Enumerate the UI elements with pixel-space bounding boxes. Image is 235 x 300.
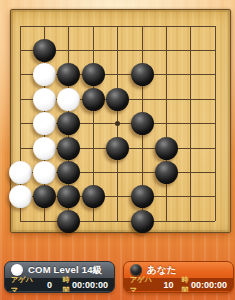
player-card-com: COM Level 14級 アゲハマ 0 時間 00:00:00 <box>4 261 115 293</box>
board-cell-r4c1[interactable] <box>8 87 32 111</box>
com-agehama-value: 0 <box>39 280 61 290</box>
board-cell-r5c1[interactable] <box>8 112 32 136</box>
board-cell-r8c9[interactable] <box>203 185 227 209</box>
white-stone <box>33 112 56 135</box>
board-cell-r3c6[interactable] <box>130 63 154 87</box>
board-cell-r3c7[interactable] <box>154 63 178 87</box>
board-cell-r6c1[interactable] <box>8 136 32 160</box>
board-cell-r1c1[interactable] <box>8 14 32 38</box>
board-cell-r4c3[interactable] <box>57 87 81 111</box>
board-cell-r6c4[interactable] <box>81 136 105 160</box>
black-stone <box>57 137 80 160</box>
board-cell-r1c4[interactable] <box>81 14 105 38</box>
board-cell-r5c8[interactable] <box>179 112 203 136</box>
board-cell-r7c3[interactable] <box>57 160 81 184</box>
board-cell-r4c6[interactable] <box>130 87 154 111</box>
player-card-you: あなた アゲハマ 10 時間 00:00:00 <box>123 261 234 293</box>
white-stone <box>57 88 80 111</box>
board-cell-r3c8[interactable] <box>179 63 203 87</box>
board-cell-r3c5[interactable] <box>106 63 130 87</box>
board-cell-r1c2[interactable] <box>32 14 56 38</box>
board-cell-r8c2[interactable] <box>32 185 56 209</box>
go-board <box>10 9 231 233</box>
board-cell-r7c1[interactable] <box>8 160 32 184</box>
board-cell-r6c6[interactable] <box>130 136 154 160</box>
board-cell-r3c1[interactable] <box>8 63 32 87</box>
board-cell-r4c4[interactable] <box>81 87 105 111</box>
board-cell-r8c5[interactable] <box>106 185 130 209</box>
black-stone <box>57 185 80 208</box>
you-agehama-value: 10 <box>158 280 180 290</box>
white-stone <box>33 161 56 184</box>
board-cell-r5c9[interactable] <box>203 112 227 136</box>
board-cell-r2c4[interactable] <box>81 38 105 62</box>
white-stone <box>33 137 56 160</box>
board-cell-r8c3[interactable] <box>57 185 81 209</box>
board-cell-r3c4[interactable] <box>81 63 105 87</box>
board-cell-r4c9[interactable] <box>203 87 227 111</box>
black-stone <box>57 63 80 86</box>
you-time-label: 時間 <box>182 275 189 294</box>
board-cell-r3c2[interactable] <box>32 63 56 87</box>
com-time-value: 00:00:00 <box>72 280 108 290</box>
board-cell-r5c3[interactable] <box>57 112 81 136</box>
black-stone <box>57 210 80 233</box>
black-stone <box>155 161 178 184</box>
player-card-you-stats: アゲハマ 10 時間 00:00:00 <box>124 278 233 291</box>
board-cell-r7c9[interactable] <box>203 160 227 184</box>
board-cell-r8c1[interactable] <box>8 185 32 209</box>
you-time-value: 00:00:00 <box>191 280 227 290</box>
board-cell-r8c8[interactable] <box>179 185 203 209</box>
board-cell-r2c5[interactable] <box>106 38 130 62</box>
board-cell-r9c4[interactable] <box>81 209 105 233</box>
black-stone <box>131 210 154 233</box>
black-stone <box>57 161 80 184</box>
board-cell-r1c5[interactable] <box>106 14 130 38</box>
board-cell-r4c7[interactable] <box>154 87 178 111</box>
board-cell-r6c3[interactable] <box>57 136 81 160</box>
board-cell-r6c5[interactable] <box>106 136 130 160</box>
board-cell-r2c3[interactable] <box>57 38 81 62</box>
black-stone <box>33 185 56 208</box>
black-stone <box>82 88 105 111</box>
board-cell-r5c7[interactable] <box>154 112 178 136</box>
board-cell-r5c2[interactable] <box>32 112 56 136</box>
board-cell-r3c9[interactable] <box>203 63 227 87</box>
star-point <box>115 121 120 126</box>
black-stone <box>131 112 154 135</box>
board-cell-r6c9[interactable] <box>203 136 227 160</box>
white-stone <box>9 161 32 184</box>
board-cell-r2c8[interactable] <box>179 38 203 62</box>
black-stone <box>33 39 56 62</box>
black-stone <box>155 137 178 160</box>
board-cell-r9c6[interactable] <box>130 209 154 233</box>
black-stone <box>106 137 129 160</box>
black-stone <box>82 63 105 86</box>
go-board-grid <box>8 14 227 233</box>
board-cell-r6c8[interactable] <box>179 136 203 160</box>
com-time-label: 時間 <box>63 275 70 294</box>
white-stone <box>9 185 32 208</box>
board-cell-r5c5[interactable] <box>106 112 130 136</box>
board-cell-r9c8[interactable] <box>179 209 203 233</box>
board-cell-r1c8[interactable] <box>179 14 203 38</box>
you-time-group: 時間 00:00:00 <box>182 275 227 294</box>
black-stone <box>131 63 154 86</box>
white-stone <box>33 63 56 86</box>
board-cell-r7c6[interactable] <box>130 160 154 184</box>
white-stone <box>33 88 56 111</box>
board-cell-r9c5[interactable] <box>106 209 130 233</box>
board-cell-r1c9[interactable] <box>203 14 227 38</box>
board-cell-r7c8[interactable] <box>179 160 203 184</box>
board-cell-r1c3[interactable] <box>57 14 81 38</box>
board-cell-r1c6[interactable] <box>130 14 154 38</box>
board-cell-r7c2[interactable] <box>32 160 56 184</box>
board-cell-r6c2[interactable] <box>32 136 56 160</box>
board-cell-r5c6[interactable] <box>130 112 154 136</box>
com-time-group: 時間 00:00:00 <box>63 275 108 294</box>
board-cell-r7c7[interactable] <box>154 160 178 184</box>
board-cell-r9c3[interactable] <box>57 209 81 233</box>
go-app-screen: COM Level 14級 アゲハマ 0 時間 00:00:00 あなた アゲハ… <box>0 0 235 300</box>
player-card-com-stats: アゲハマ 0 時間 00:00:00 <box>5 278 114 291</box>
black-stone <box>131 185 154 208</box>
board-cell-r8c7[interactable] <box>154 185 178 209</box>
black-stone <box>82 185 105 208</box>
board-cell-r7c5[interactable] <box>106 160 130 184</box>
board-cell-r7c4[interactable] <box>81 160 105 184</box>
board-cell-r9c1[interactable] <box>8 209 32 233</box>
board-cell-r2c1[interactable] <box>8 38 32 62</box>
board-cell-r8c4[interactable] <box>81 185 105 209</box>
black-stone <box>106 88 129 111</box>
board-cell-r2c2[interactable] <box>32 38 56 62</box>
board-cell-r9c7[interactable] <box>154 209 178 233</box>
board-cell-r6c7[interactable] <box>154 136 178 160</box>
board-cell-r2c7[interactable] <box>154 38 178 62</box>
board-cell-r1c7[interactable] <box>154 14 178 38</box>
com-agehama-label: アゲハマ <box>11 275 37 294</box>
black-stone <box>57 112 80 135</box>
board-cell-r9c2[interactable] <box>32 209 56 233</box>
you-agehama-label: アゲハマ <box>130 275 156 294</box>
board-cell-r2c6[interactable] <box>130 38 154 62</box>
board-cell-r3c3[interactable] <box>57 63 81 87</box>
board-cell-r9c9[interactable] <box>203 209 227 233</box>
board-cell-r2c9[interactable] <box>203 38 227 62</box>
board-cell-r4c2[interactable] <box>32 87 56 111</box>
board-cell-r5c4[interactable] <box>81 112 105 136</box>
board-cell-r4c8[interactable] <box>179 87 203 111</box>
board-cell-r8c6[interactable] <box>130 185 154 209</box>
board-cell-r4c5[interactable] <box>106 87 130 111</box>
